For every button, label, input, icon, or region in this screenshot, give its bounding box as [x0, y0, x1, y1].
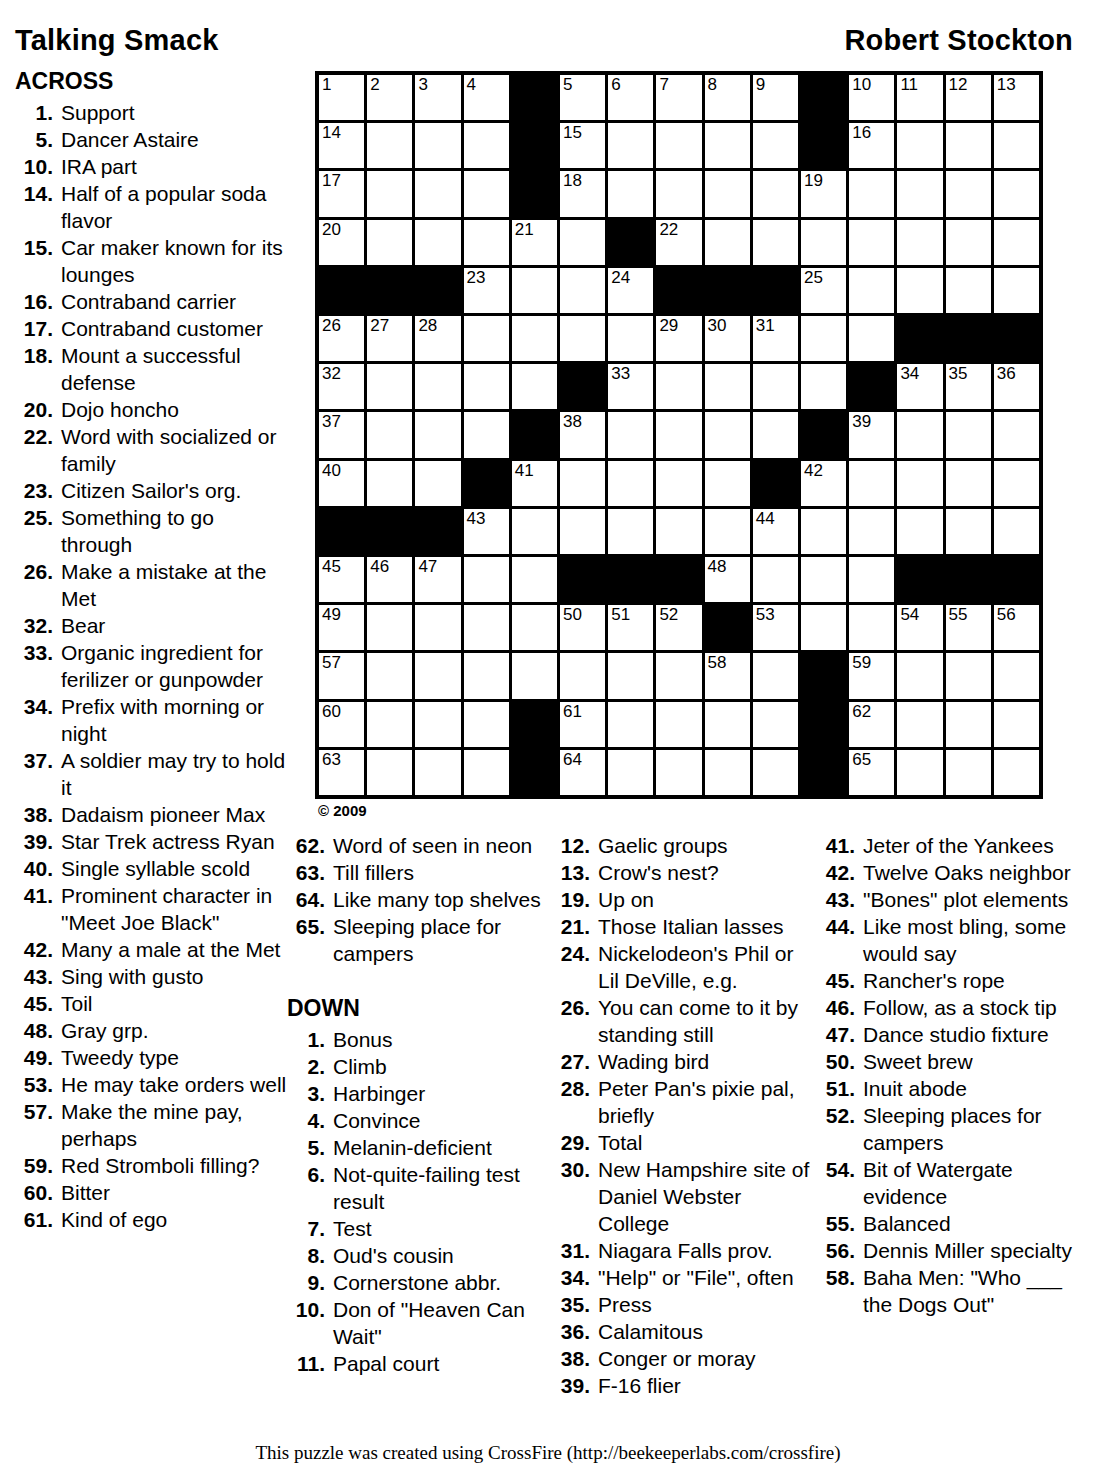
grid-cell-r1c15[interactable]: 13: [994, 75, 1039, 120]
grid-cell-r13c8[interactable]: [656, 653, 701, 698]
grid-cell-r14c2[interactable]: [367, 702, 412, 747]
clue-text: Sleeping places for campers: [863, 1104, 1042, 1154]
block-cell-r9c4: [464, 461, 509, 506]
grid-cell-r14c6[interactable]: 61: [560, 702, 605, 747]
grid-cell-r8c4[interactable]: [464, 412, 509, 457]
grid-cell-r12c10[interactable]: 53: [753, 605, 798, 650]
grid-cell-r15c15[interactable]: [994, 750, 1039, 795]
block-cell-r10c1: [319, 509, 364, 554]
clue-number: 28.: [552, 1075, 590, 1102]
grid-cell-r10c12[interactable]: [849, 509, 894, 554]
clue-text: Contraband carrier: [61, 290, 236, 313]
clue-text: Support: [61, 101, 135, 124]
grid-cell-r9c9[interactable]: [705, 461, 750, 506]
grid-cell-r12c7[interactable]: 51: [608, 605, 653, 650]
grid-cell-r4c2[interactable]: [367, 220, 412, 265]
grid-cell-r6c5[interactable]: [512, 316, 557, 361]
grid-cell-r12c11[interactable]: [801, 605, 846, 650]
grid-cell-r3c11[interactable]: 19: [801, 171, 846, 216]
grid-cell-r4c10[interactable]: [753, 220, 798, 265]
clue-number: 63.: [287, 859, 325, 886]
grid-cell-r15c13[interactable]: [897, 750, 942, 795]
grid-cell-r12c4[interactable]: [464, 605, 509, 650]
block-cell-r11c6: [560, 557, 605, 602]
grid-cell-r3c3[interactable]: [415, 171, 460, 216]
grid-cell-r4c8[interactable]: 22: [656, 220, 701, 265]
cell-number: 64: [563, 750, 582, 769]
clue-down-52: 52.Sleeping places for campers: [817, 1102, 1093, 1156]
grid-cell-r2c14[interactable]: [946, 123, 991, 168]
grid-cell-r14c1[interactable]: 60: [319, 702, 364, 747]
grid-cell-r4c12[interactable]: [849, 220, 894, 265]
cell-number: 39: [852, 412, 871, 431]
grid-cell-r10c10[interactable]: 44: [753, 509, 798, 554]
grid-cell-r6c2[interactable]: 27: [367, 316, 412, 361]
grid-cell-r15c10[interactable]: [753, 750, 798, 795]
grid-cell-r11c2[interactable]: 46: [367, 557, 412, 602]
grid-cell-r10c4[interactable]: 43: [464, 509, 509, 554]
grid-cell-r1c14[interactable]: 12: [946, 75, 991, 120]
grid-cell-r14c15[interactable]: [994, 702, 1039, 747]
grid-cell-r13c4[interactable]: [464, 653, 509, 698]
grid-cell-r10c9[interactable]: [705, 509, 750, 554]
clue-across-42: 42.Many a male at the Met: [15, 936, 287, 963]
grid-cell-r8c2[interactable]: [367, 412, 412, 457]
grid-cell-r8c6[interactable]: 38: [560, 412, 605, 457]
grid-cell-r1c1[interactable]: 1: [319, 75, 364, 120]
cell-number: 12: [949, 75, 968, 94]
clue-text: Peter Pan's pixie pal, briefly: [598, 1077, 795, 1127]
grid-cell-r12c12[interactable]: [849, 605, 894, 650]
grid-cell-r5c11[interactable]: 25: [801, 268, 846, 313]
clue-number: 50.: [817, 1048, 855, 1075]
clue-text: New Hampshire site of Daniel Webster Col…: [598, 1158, 809, 1235]
grid-cell-r2c3[interactable]: [415, 123, 460, 168]
grid-cell-r7c7[interactable]: 33: [608, 364, 653, 409]
clue-number: 26.: [15, 558, 53, 585]
grid-cell-r14c10[interactable]: [753, 702, 798, 747]
grid-cell-r4c13[interactable]: [897, 220, 942, 265]
grid-cell-r13c14[interactable]: [946, 653, 991, 698]
grid-cell-r13c12[interactable]: 59: [849, 653, 894, 698]
grid-cell-r8c10[interactable]: [753, 412, 798, 457]
grid-cell-r3c15[interactable]: [994, 171, 1039, 216]
clue-down-39: 39.F-16 flier: [552, 1372, 812, 1399]
grid-cell-r3c10[interactable]: [753, 171, 798, 216]
grid-cell-r15c1[interactable]: 63: [319, 750, 364, 795]
grid-cell-r9c14[interactable]: [946, 461, 991, 506]
grid-cell-r9c8[interactable]: [656, 461, 701, 506]
grid-cell-r10c13[interactable]: [897, 509, 942, 554]
grid-cell-r2c6[interactable]: 15: [560, 123, 605, 168]
grid-cell-r7c10[interactable]: [753, 364, 798, 409]
grid-cell-r9c5[interactable]: 41: [512, 461, 557, 506]
grid-cell-r15c3[interactable]: [415, 750, 460, 795]
grid-cell-r8c12[interactable]: 39: [849, 412, 894, 457]
crossword-grid[interactable]: 1234567891011121314151617181920212223242…: [315, 71, 1043, 799]
block-cell-r4c7: [608, 220, 653, 265]
grid-cell-r7c3[interactable]: [415, 364, 460, 409]
grid-cell-r5c5[interactable]: [512, 268, 557, 313]
clue-across-65: 65.Sleeping place for campers: [287, 913, 547, 967]
grid-cell-r5c13[interactable]: [897, 268, 942, 313]
grid-cell-r3c8[interactable]: [656, 171, 701, 216]
grid-cell-r15c8[interactable]: [656, 750, 701, 795]
grid-cell-r4c9[interactable]: [705, 220, 750, 265]
grid-cell-r10c11[interactable]: [801, 509, 846, 554]
grid-cell-r6c8[interactable]: 29: [656, 316, 701, 361]
cell-number: 18: [563, 171, 582, 190]
grid-cell-r7c14[interactable]: 35: [946, 364, 991, 409]
clue-down-56: 56.Dennis Miller specialty: [817, 1237, 1093, 1264]
grid-cell-r9c11[interactable]: 42: [801, 461, 846, 506]
grid-cell-r1c13[interactable]: 11: [897, 75, 942, 120]
grid-cell-r4c15[interactable]: [994, 220, 1039, 265]
block-cell-r2c11: [801, 123, 846, 168]
grid-cell-r10c15[interactable]: [994, 509, 1039, 554]
grid-cell-r7c9[interactable]: [705, 364, 750, 409]
grid-cell-r13c15[interactable]: [994, 653, 1039, 698]
grid-cell-r11c12[interactable]: [849, 557, 894, 602]
grid-cell-r6c3[interactable]: 28: [415, 316, 460, 361]
grid-cell-r10c6[interactable]: [560, 509, 605, 554]
grid-cell-r10c14[interactable]: [946, 509, 991, 554]
grid-cell-r2c12[interactable]: 16: [849, 123, 894, 168]
grid-cell-r8c13[interactable]: [897, 412, 942, 457]
grid-cell-r2c4[interactable]: [464, 123, 509, 168]
grid-cell-r3c6[interactable]: 18: [560, 171, 605, 216]
clue-text: Rancher's rope: [863, 969, 1005, 992]
grid-cell-r1c7[interactable]: 6: [608, 75, 653, 120]
block-cell-r11c7: [608, 557, 653, 602]
clue-text: Dance studio fixture: [863, 1023, 1049, 1046]
grid-cell-r13c3[interactable]: [415, 653, 460, 698]
clue-text: Niagara Falls prov.: [598, 1239, 773, 1262]
grid-cell-r7c2[interactable]: [367, 364, 412, 409]
cell-number: 9: [756, 75, 765, 94]
grid-cell-r7c15[interactable]: 36: [994, 364, 1039, 409]
grid-cell-r11c1[interactable]: 45: [319, 557, 364, 602]
grid-cell-r2c13[interactable]: [897, 123, 942, 168]
grid-cell-r12c5[interactable]: [512, 605, 557, 650]
down-header: DOWN: [287, 993, 547, 1023]
clue-across-53: 53.He may take orders well: [15, 1071, 287, 1098]
grid-cell-r12c14[interactable]: 55: [946, 605, 991, 650]
cell-number: 29: [659, 316, 678, 335]
grid-cell-r15c9[interactable]: [705, 750, 750, 795]
clue-down-7: 7.Test: [287, 1215, 547, 1242]
grid-cell-r6c10[interactable]: 31: [753, 316, 798, 361]
clue-number: 5.: [15, 126, 53, 153]
grid-cell-r9c13[interactable]: [897, 461, 942, 506]
clue-number: 61.: [15, 1206, 53, 1233]
clue-number: 15.: [15, 234, 53, 261]
clue-text: Climb: [333, 1055, 387, 1078]
clue-across-40: 40.Single syllable scold: [15, 855, 287, 882]
clue-across-57: 57.Make the mine pay, perhaps: [15, 1098, 287, 1152]
grid-cell-r15c4[interactable]: [464, 750, 509, 795]
block-cell-r6c13: [897, 316, 942, 361]
clue-number: 25.: [15, 504, 53, 531]
grid-cell-r14c13[interactable]: [897, 702, 942, 747]
grid-cell-r11c4[interactable]: [464, 557, 509, 602]
grid-cell-r3c13[interactable]: [897, 171, 942, 216]
clue-across-1: 1.Support: [15, 99, 287, 126]
grid-cell-r7c1[interactable]: 32: [319, 364, 364, 409]
grid-cell-r10c8[interactable]: [656, 509, 701, 554]
grid-cell-r15c7[interactable]: [608, 750, 653, 795]
grid-cell-r14c3[interactable]: [415, 702, 460, 747]
grid-cell-r6c11[interactable]: [801, 316, 846, 361]
grid-cell-r13c5[interactable]: [512, 653, 557, 698]
grid-cell-r12c13[interactable]: 54: [897, 605, 942, 650]
grid-cell-r3c12[interactable]: [849, 171, 894, 216]
clue-number: 48.: [15, 1017, 53, 1044]
grid-cell-r9c6[interactable]: [560, 461, 605, 506]
grid-cell-r1c6[interactable]: 5: [560, 75, 605, 120]
clue-down-47: 47.Dance studio fixture: [817, 1021, 1093, 1048]
grid-cell-r8c14[interactable]: [946, 412, 991, 457]
grid-cell-r15c14[interactable]: [946, 750, 991, 795]
grid-cell-r7c11[interactable]: [801, 364, 846, 409]
grid-cell-r1c10[interactable]: 9: [753, 75, 798, 120]
grid-cell-r6c7[interactable]: [608, 316, 653, 361]
grid-cell-r1c3[interactable]: 3: [415, 75, 460, 120]
grid-cell-r9c12[interactable]: [849, 461, 894, 506]
grid-cell-r12c3[interactable]: [415, 605, 460, 650]
grid-cell-r6c6[interactable]: [560, 316, 605, 361]
grid-cell-r7c5[interactable]: [512, 364, 557, 409]
clue-number: 29.: [552, 1129, 590, 1156]
grid-cell-r12c8[interactable]: 52: [656, 605, 701, 650]
clue-number: 42.: [15, 936, 53, 963]
clue-across-5: 5.Dancer Astaire: [15, 126, 287, 153]
cell-number: 31: [756, 316, 775, 335]
clue-down-12: 12.Gaelic groups: [552, 832, 812, 859]
clue-text: Inuit abode: [863, 1077, 967, 1100]
grid-cell-r11c3[interactable]: 47: [415, 557, 460, 602]
block-cell-r7c6: [560, 364, 605, 409]
grid-cell-r9c1[interactable]: 40: [319, 461, 364, 506]
clue-number: 12.: [552, 832, 590, 859]
clue-number: 43.: [15, 963, 53, 990]
grid-cell-r12c6[interactable]: 50: [560, 605, 605, 650]
grid-cell-r4c4[interactable]: [464, 220, 509, 265]
clue-number: 45.: [15, 990, 53, 1017]
grid-cell-r13c9[interactable]: 58: [705, 653, 750, 698]
clue-number: 26.: [552, 994, 590, 1021]
grid-cell-r2c7[interactable]: [608, 123, 653, 168]
grid-cell-r9c7[interactable]: [608, 461, 653, 506]
grid-cell-r6c12[interactable]: [849, 316, 894, 361]
grid-cell-r7c13[interactable]: 34: [897, 364, 942, 409]
grid-cell-r12c2[interactable]: [367, 605, 412, 650]
grid-cell-r9c15[interactable]: [994, 461, 1039, 506]
grid-cell-r8c1[interactable]: 37: [319, 412, 364, 457]
grid-cell-r10c7[interactable]: [608, 509, 653, 554]
clues-column-3: 12.Gaelic groups13.Crow's nest?19.Up on2…: [552, 832, 812, 1399]
grid-cell-r14c14[interactable]: [946, 702, 991, 747]
grid-cell-r12c1[interactable]: 49: [319, 605, 364, 650]
cell-number: 34: [900, 364, 919, 383]
clue-number: 57.: [15, 1098, 53, 1125]
grid-cell-r2c1[interactable]: 14: [319, 123, 364, 168]
clue-text: Melanin-deficient: [333, 1136, 492, 1159]
grid-cell-r6c1[interactable]: 26: [319, 316, 364, 361]
cell-number: 42: [804, 461, 823, 480]
clue-text: Jeter of the Yankees: [863, 834, 1054, 857]
clue-text: Follow, as a stock tip: [863, 996, 1057, 1019]
grid-cell-r6c4[interactable]: [464, 316, 509, 361]
grid-cell-r8c7[interactable]: [608, 412, 653, 457]
clue-down-51: 51.Inuit abode: [817, 1075, 1093, 1102]
grid-cell-r14c12[interactable]: 62: [849, 702, 894, 747]
grid-cell-r1c8[interactable]: 7: [656, 75, 701, 120]
block-cell-r13c11: [801, 653, 846, 698]
grid-cell-r2c8[interactable]: [656, 123, 701, 168]
cell-number: 3: [418, 75, 427, 94]
clue-list-col2-across: 62.Word of seen in neon63.Till fillers64…: [287, 832, 547, 967]
grid-cell-r8c9[interactable]: [705, 412, 750, 457]
grid-cell-r14c8[interactable]: [656, 702, 701, 747]
clue-number: 38.: [552, 1345, 590, 1372]
grid-cell-r13c7[interactable]: [608, 653, 653, 698]
clue-across-34: 34.Prefix with morning or night: [15, 693, 287, 747]
clue-number: 32.: [15, 612, 53, 639]
grid-cell-r3c14[interactable]: [946, 171, 991, 216]
grid-cell-r9c3[interactable]: [415, 461, 460, 506]
grid-cell-r11c11[interactable]: [801, 557, 846, 602]
clue-number: 40.: [15, 855, 53, 882]
clue-text: He may take orders well: [61, 1073, 286, 1096]
clue-number: 53.: [15, 1071, 53, 1098]
cell-number: 1: [322, 75, 331, 94]
grid-cell-r3c1[interactable]: 17: [319, 171, 364, 216]
clue-number: 43.: [817, 886, 855, 913]
clue-number: 41.: [15, 882, 53, 909]
clue-text: Kind of ego: [61, 1208, 167, 1231]
clue-across-59: 59.Red Stromboli filling?: [15, 1152, 287, 1179]
grid-cell-r13c10[interactable]: [753, 653, 798, 698]
clue-across-64: 64.Like many top shelves: [287, 886, 547, 913]
cell-number: 6: [611, 75, 620, 94]
grid-cell-r12c15[interactable]: 56: [994, 605, 1039, 650]
grid-cell-r5c15[interactable]: [994, 268, 1039, 313]
grid-cell-r2c9[interactable]: [705, 123, 750, 168]
grid-cell-r4c6[interactable]: [560, 220, 605, 265]
cell-number: 38: [563, 412, 582, 431]
cell-number: 49: [322, 605, 341, 624]
clue-text: Like many top shelves: [333, 888, 541, 911]
clue-text: Baha Men: "Who ___ the Dogs Out": [863, 1266, 1062, 1316]
clue-text: Bit of Watergate evidence: [863, 1158, 1013, 1208]
grid-cell-r1c4[interactable]: 4: [464, 75, 509, 120]
grid-cell-r11c5[interactable]: [512, 557, 557, 602]
grid-cell-r14c4[interactable]: [464, 702, 509, 747]
grid-cell-r8c3[interactable]: [415, 412, 460, 457]
grid-cell-r2c10[interactable]: [753, 123, 798, 168]
grid-cell-r11c9[interactable]: 48: [705, 557, 750, 602]
grid-cell-r4c5[interactable]: 21: [512, 220, 557, 265]
clue-down-43: 43."Bones" plot elements: [817, 886, 1093, 913]
clue-down-9: 9.Cornerstone abbr.: [287, 1269, 547, 1296]
grid-cell-r5c6[interactable]: [560, 268, 605, 313]
grid-cell-r15c12[interactable]: 65: [849, 750, 894, 795]
grid-cell-r3c2[interactable]: [367, 171, 412, 216]
grid-cell-r13c2[interactable]: [367, 653, 412, 698]
grid-cell-r15c2[interactable]: [367, 750, 412, 795]
grid-cell-r2c15[interactable]: [994, 123, 1039, 168]
grid-cell-r2c2[interactable]: [367, 123, 412, 168]
grid-cell-r5c14[interactable]: [946, 268, 991, 313]
cell-number: 59: [852, 653, 871, 672]
grid-cell-r14c9[interactable]: [705, 702, 750, 747]
cell-number: 57: [322, 653, 341, 672]
grid-cell-r13c6[interactable]: [560, 653, 605, 698]
grid-cell-r4c11[interactable]: [801, 220, 846, 265]
clue-across-25: 25.Something to go through: [15, 504, 287, 558]
grid-cell-r3c9[interactable]: [705, 171, 750, 216]
clue-list-col4: 41.Jeter of the Yankees42.Twelve Oaks ne…: [817, 832, 1093, 1318]
cell-number: 28: [418, 316, 437, 335]
grid-cell-r8c15[interactable]: [994, 412, 1039, 457]
grid-cell-r5c12[interactable]: [849, 268, 894, 313]
cell-number: 24: [611, 268, 630, 287]
grid-cell-r4c14[interactable]: [946, 220, 991, 265]
grid-cell-r4c1[interactable]: 20: [319, 220, 364, 265]
cell-number: 40: [322, 461, 341, 480]
clue-down-19: 19.Up on: [552, 886, 812, 913]
grid-cell-r1c9[interactable]: 8: [705, 75, 750, 120]
clue-number: 10.: [287, 1296, 325, 1323]
cell-number: 35: [949, 364, 968, 383]
clue-down-29: 29.Total: [552, 1129, 812, 1156]
grid-cell-r10c5[interactable]: [512, 509, 557, 554]
grid-cell-r7c8[interactable]: [656, 364, 701, 409]
grid-cell-r14c7[interactable]: [608, 702, 653, 747]
cell-number: 52: [659, 605, 678, 624]
grid-cell-r13c13[interactable]: [897, 653, 942, 698]
clue-down-45: 45.Rancher's rope: [817, 967, 1093, 994]
grid-cell-r6c9[interactable]: 30: [705, 316, 750, 361]
grid-cell-r4c3[interactable]: [415, 220, 460, 265]
grid-cell-r15c6[interactable]: 64: [560, 750, 605, 795]
clue-across-33: 33.Organic ingredient for ferilizer or g…: [15, 639, 287, 693]
cell-number: 46: [370, 557, 389, 576]
grid-cell-r9c2[interactable]: [367, 461, 412, 506]
clue-text: Bear: [61, 614, 105, 637]
clue-text: Balanced: [863, 1212, 951, 1235]
clue-down-26: 26.You can come to it by standing still: [552, 994, 812, 1048]
clue-text: You can come to it by standing still: [598, 996, 798, 1046]
block-cell-r10c2: [367, 509, 412, 554]
grid-cell-r13c1[interactable]: 57: [319, 653, 364, 698]
grid-cell-r3c7[interactable]: [608, 171, 653, 216]
clue-number: 19.: [552, 886, 590, 913]
grid-cell-r1c12[interactable]: 10: [849, 75, 894, 120]
grid-cell-r11c10[interactable]: [753, 557, 798, 602]
grid-cell-r3c4[interactable]: [464, 171, 509, 216]
clue-number: 39.: [15, 828, 53, 855]
cell-number: 30: [708, 316, 727, 335]
grid-cell-r7c4[interactable]: [464, 364, 509, 409]
clue-number: 59.: [15, 1152, 53, 1179]
clue-across-15: 15.Car maker known for its lounges: [15, 234, 287, 288]
grid-cell-r5c7[interactable]: 24: [608, 268, 653, 313]
grid-cell-r8c8[interactable]: [656, 412, 701, 457]
grid-cell-r5c4[interactable]: 23: [464, 268, 509, 313]
grid-cell-r1c2[interactable]: 2: [367, 75, 412, 120]
